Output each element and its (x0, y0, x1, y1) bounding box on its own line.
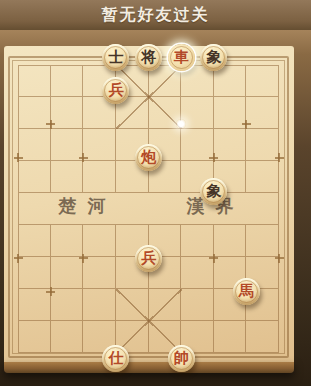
grid-cell (246, 193, 279, 225)
piece-red-general[interactable]: 帥 (168, 345, 195, 372)
grid-cell (83, 289, 116, 321)
grid-cell (51, 321, 84, 353)
grid-cell (51, 225, 84, 257)
grid-cell (246, 321, 279, 353)
grid-cell (51, 257, 84, 289)
grid-cell (83, 257, 116, 289)
grid-cell (181, 289, 214, 321)
grid-cell (246, 161, 279, 193)
grid-cell (214, 225, 247, 257)
grid-cell (51, 65, 84, 97)
board-3d-edge (4, 362, 294, 373)
grid-cell (18, 129, 51, 161)
grid-cell (18, 321, 51, 353)
piece-black-general[interactable]: 将 (135, 44, 162, 71)
piece-glyph: 兵 (141, 251, 156, 266)
grid-cell (51, 161, 84, 193)
piece-glyph: 車 (174, 50, 189, 65)
piece-glyph: 象 (206, 50, 221, 65)
piece-glyph: 炮 (141, 150, 156, 165)
piece-black-elephant-1[interactable]: 象 (200, 44, 227, 71)
grid-cell (116, 193, 149, 225)
grid-cell (18, 161, 51, 193)
grid-cell (181, 129, 214, 161)
grid-cell (83, 225, 116, 257)
grid-cell (181, 225, 214, 257)
grid-cell (18, 225, 51, 257)
piece-glyph: 仕 (108, 351, 123, 366)
grid-cell (18, 65, 51, 97)
grid-cell (18, 193, 51, 225)
piece-red-horse[interactable]: 馬 (233, 278, 260, 305)
grid-cell (246, 129, 279, 161)
piece-glyph: 兵 (108, 83, 123, 98)
xiangqi-board[interactable]: 楚河 漢界 士将車象兵炮象兵馬仕帥 (4, 46, 294, 362)
grid-cell (246, 97, 279, 129)
grid-cell (116, 289, 149, 321)
grid-cell (18, 289, 51, 321)
grid-cell (51, 289, 84, 321)
grid-cell (149, 289, 182, 321)
piece-red-chariot[interactable]: 車 (168, 44, 195, 71)
grid-cell (181, 257, 214, 289)
grid-cell (51, 97, 84, 129)
piece-red-pawn-2[interactable]: 兵 (135, 245, 162, 272)
grid-cell (83, 129, 116, 161)
page-title: 暂无好友过关 (102, 5, 210, 26)
piece-glyph: 帥 (174, 351, 189, 366)
piece-red-cannon[interactable]: 炮 (135, 144, 162, 171)
grid-cell (214, 97, 247, 129)
grid-cell (246, 65, 279, 97)
header-bar: 暂无好友过关 (0, 0, 311, 30)
river-label-left: 楚河 (48, 194, 117, 218)
grid-cell (246, 225, 279, 257)
piece-glyph: 馬 (239, 284, 254, 299)
grid-cell (51, 129, 84, 161)
piece-glyph: 士 (108, 50, 123, 65)
grid-cell (181, 97, 214, 129)
grid-cell (83, 161, 116, 193)
piece-glyph: 将 (141, 50, 156, 65)
grid-cell (214, 321, 247, 353)
app-screen: 暂无好友过关 楚河 漢界 士将車象兵炮象兵馬仕帥 (0, 0, 311, 386)
piece-black-advisor[interactable]: 士 (102, 44, 129, 71)
piece-glyph: 象 (206, 184, 221, 199)
grid-cell (18, 97, 51, 129)
grid-cell (214, 129, 247, 161)
piece-black-elephant-2[interactable]: 象 (200, 178, 227, 205)
grid-cell (18, 257, 51, 289)
